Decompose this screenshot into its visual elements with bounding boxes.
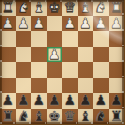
square-g2[interactable]: ♟ xyxy=(16,16,32,32)
square-a2[interactable]: ♟ xyxy=(109,16,125,32)
square-d4[interactable] xyxy=(62,47,78,63)
square-c5[interactable] xyxy=(78,62,94,78)
square-a7[interactable]: ♟ xyxy=(109,93,125,109)
piece-black-king[interactable]: ♚ xyxy=(48,109,61,125)
square-d3[interactable] xyxy=(62,31,78,47)
piece-black-pawn[interactable]: ♟ xyxy=(110,93,123,109)
square-h7[interactable]: ♟ xyxy=(0,93,16,109)
square-a4[interactable] xyxy=(109,47,125,63)
square-d8[interactable]: ♛ xyxy=(62,109,78,125)
square-d5[interactable] xyxy=(62,62,78,78)
piece-white-king[interactable]: ♚ xyxy=(48,0,61,16)
chess-board: ♜♞♝♚♛♝♞♜♟♟♟♟♟♟♟♟♟♟♟♟♟♟♟♟♜♞♝♚♛♝♞♜ xyxy=(0,0,124,124)
piece-black-pawn[interactable]: ♟ xyxy=(48,93,61,109)
square-g5[interactable] xyxy=(16,62,32,78)
square-c2[interactable]: ♟ xyxy=(78,16,94,32)
square-e7[interactable]: ♟ xyxy=(47,93,63,109)
piece-white-pawn[interactable]: ♟ xyxy=(32,16,45,32)
square-f3[interactable] xyxy=(31,31,47,47)
square-g4[interactable] xyxy=(16,47,32,63)
square-b1[interactable]: ♞ xyxy=(93,0,109,16)
square-g7[interactable]: ♟ xyxy=(16,93,32,109)
square-d7[interactable]: ♟ xyxy=(62,93,78,109)
square-f2[interactable]: ♟ xyxy=(31,16,47,32)
square-d2[interactable]: ♟ xyxy=(62,16,78,32)
square-a3[interactable] xyxy=(109,31,125,47)
square-f6[interactable] xyxy=(31,78,47,94)
square-e5[interactable] xyxy=(47,62,63,78)
square-a6[interactable] xyxy=(109,78,125,94)
square-f4[interactable] xyxy=(31,47,47,63)
square-b4[interactable] xyxy=(93,47,109,63)
square-h6[interactable] xyxy=(0,78,16,94)
square-b6[interactable] xyxy=(93,78,109,94)
square-h1[interactable]: ♜ xyxy=(0,0,16,16)
square-b2[interactable]: ♟ xyxy=(93,16,109,32)
square-g3[interactable] xyxy=(16,31,32,47)
piece-white-rook[interactable]: ♜ xyxy=(110,0,123,16)
piece-white-pawn[interactable]: ♟ xyxy=(1,16,14,32)
square-g1[interactable]: ♞ xyxy=(16,0,32,16)
piece-black-bishop[interactable]: ♝ xyxy=(32,109,45,125)
square-c6[interactable] xyxy=(78,78,94,94)
piece-black-bishop[interactable]: ♝ xyxy=(79,109,92,125)
square-e2[interactable] xyxy=(47,16,63,32)
piece-white-pawn[interactable]: ♟ xyxy=(94,16,107,32)
square-c8[interactable]: ♝ xyxy=(78,109,94,125)
square-e4[interactable]: ♟ xyxy=(47,47,63,63)
square-b3[interactable] xyxy=(93,31,109,47)
square-b7[interactable]: ♟ xyxy=(93,93,109,109)
piece-black-queen[interactable]: ♛ xyxy=(63,109,76,125)
piece-white-bishop[interactable]: ♝ xyxy=(79,0,92,16)
square-h5[interactable] xyxy=(0,62,16,78)
piece-black-pawn[interactable]: ♟ xyxy=(63,93,76,109)
square-e6[interactable] xyxy=(47,78,63,94)
piece-white-knight[interactable]: ♞ xyxy=(17,0,30,16)
square-c3[interactable] xyxy=(78,31,94,47)
piece-white-bishop[interactable]: ♝ xyxy=(32,0,45,16)
square-h8[interactable]: ♜ xyxy=(0,109,16,125)
square-e8[interactable]: ♚ xyxy=(47,109,63,125)
square-f8[interactable]: ♝ xyxy=(31,109,47,125)
piece-black-rook[interactable]: ♜ xyxy=(1,109,14,125)
piece-black-pawn[interactable]: ♟ xyxy=(32,93,45,109)
piece-white-pawn[interactable]: ♟ xyxy=(63,16,76,32)
square-a1[interactable]: ♜ xyxy=(109,0,125,16)
piece-black-knight[interactable]: ♞ xyxy=(17,109,30,125)
square-h3[interactable] xyxy=(0,31,16,47)
piece-white-knight[interactable]: ♞ xyxy=(94,0,107,16)
piece-black-pawn[interactable]: ♟ xyxy=(94,93,107,109)
square-d6[interactable] xyxy=(62,78,78,94)
square-g8[interactable]: ♞ xyxy=(16,109,32,125)
square-c4[interactable] xyxy=(78,47,94,63)
square-c7[interactable]: ♟ xyxy=(78,93,94,109)
square-f5[interactable] xyxy=(31,62,47,78)
piece-white-queen[interactable]: ♛ xyxy=(63,0,76,16)
square-f7[interactable]: ♟ xyxy=(31,93,47,109)
square-d1[interactable]: ♛ xyxy=(62,0,78,16)
piece-black-pawn[interactable]: ♟ xyxy=(17,93,30,109)
piece-white-rook[interactable]: ♜ xyxy=(1,0,14,16)
piece-white-pawn[interactable]: ♟ xyxy=(48,47,61,63)
square-e3[interactable] xyxy=(47,31,63,47)
square-c1[interactable]: ♝ xyxy=(78,0,94,16)
piece-black-pawn[interactable]: ♟ xyxy=(1,93,14,109)
piece-black-knight[interactable]: ♞ xyxy=(94,109,107,125)
square-b5[interactable] xyxy=(93,62,109,78)
square-f1[interactable]: ♝ xyxy=(31,0,47,16)
square-a8[interactable]: ♜ xyxy=(109,109,125,125)
square-g6[interactable] xyxy=(16,78,32,94)
square-h2[interactable]: ♟ xyxy=(0,16,16,32)
square-b8[interactable]: ♞ xyxy=(93,109,109,125)
piece-black-pawn[interactable]: ♟ xyxy=(79,93,92,109)
piece-white-pawn[interactable]: ♟ xyxy=(110,16,123,32)
piece-black-rook[interactable]: ♜ xyxy=(110,109,123,125)
piece-white-pawn[interactable]: ♟ xyxy=(79,16,92,32)
square-h4[interactable] xyxy=(0,47,16,63)
piece-white-pawn[interactable]: ♟ xyxy=(17,16,30,32)
square-e1[interactable]: ♚ xyxy=(47,0,63,16)
square-a5[interactable] xyxy=(109,62,125,78)
